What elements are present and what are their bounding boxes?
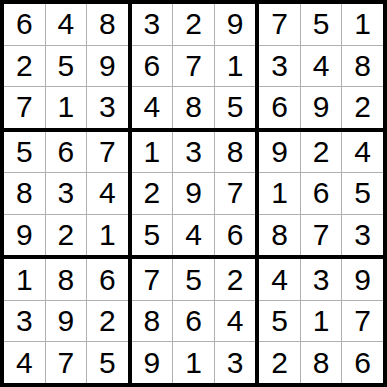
sudoku-cell-r1c2[interactable]: 4 (46, 4, 87, 45)
sudoku-box-1-0: 567834921 (4, 132, 128, 256)
sudoku-cell-r8c8[interactable]: 1 (301, 301, 342, 342)
sudoku-cell-r5c6[interactable]: 7 (215, 173, 256, 214)
sudoku-cell-r9c5[interactable]: 1 (173, 342, 214, 383)
sudoku-cell-r7c3[interactable]: 6 (87, 259, 128, 300)
sudoku-cell-r4c1[interactable]: 5 (4, 132, 45, 173)
sudoku-cell-r2c9[interactable]: 8 (342, 46, 383, 87)
sudoku-cell-r2c4[interactable]: 6 (132, 46, 173, 87)
sudoku-cell-r5c8[interactable]: 6 (301, 173, 342, 214)
sudoku-cell-r1c1[interactable]: 6 (4, 4, 45, 45)
sudoku-cell-r8c5[interactable]: 6 (173, 301, 214, 342)
sudoku-cell-r4c4[interactable]: 1 (132, 132, 173, 173)
sudoku-cell-r6c9[interactable]: 3 (342, 215, 383, 256)
sudoku-cell-r9c1[interactable]: 4 (4, 342, 45, 383)
sudoku-box-1-2: 924165873 (259, 132, 383, 256)
sudoku-cell-r4c6[interactable]: 8 (215, 132, 256, 173)
sudoku-cell-r3c7[interactable]: 6 (259, 87, 300, 128)
sudoku-cell-r4c3[interactable]: 7 (87, 132, 128, 173)
sudoku-cell-r9c8[interactable]: 8 (301, 342, 342, 383)
sudoku-cell-r6c4[interactable]: 5 (132, 215, 173, 256)
sudoku-cell-r5c4[interactable]: 2 (132, 173, 173, 214)
sudoku-cell-r7c7[interactable]: 4 (259, 259, 300, 300)
sudoku-cell-r7c1[interactable]: 1 (4, 259, 45, 300)
sudoku-board: 6482597133296714857513486925678349211382… (0, 0, 387, 387)
sudoku-cell-r8c6[interactable]: 4 (215, 301, 256, 342)
sudoku-cell-r8c3[interactable]: 2 (87, 301, 128, 342)
sudoku-cell-r5c2[interactable]: 3 (46, 173, 87, 214)
sudoku-cell-r9c3[interactable]: 5 (87, 342, 128, 383)
sudoku-cell-r9c7[interactable]: 2 (259, 342, 300, 383)
sudoku-box-1-1: 138297546 (132, 132, 256, 256)
sudoku-cell-r2c7[interactable]: 3 (259, 46, 300, 87)
sudoku-cell-r5c7[interactable]: 1 (259, 173, 300, 214)
sudoku-box-2-1: 752864913 (132, 259, 256, 383)
sudoku-cell-r7c9[interactable]: 9 (342, 259, 383, 300)
sudoku-cell-r5c3[interactable]: 4 (87, 173, 128, 214)
sudoku-cell-r6c2[interactable]: 2 (46, 215, 87, 256)
sudoku-cell-r2c5[interactable]: 7 (173, 46, 214, 87)
sudoku-cell-r9c2[interactable]: 7 (46, 342, 87, 383)
sudoku-cell-r9c9[interactable]: 6 (342, 342, 383, 383)
sudoku-cell-r4c2[interactable]: 6 (46, 132, 87, 173)
sudoku-cell-r6c7[interactable]: 8 (259, 215, 300, 256)
sudoku-cell-r4c9[interactable]: 4 (342, 132, 383, 173)
sudoku-cell-r9c4[interactable]: 9 (132, 342, 173, 383)
sudoku-cell-r9c6[interactable]: 3 (215, 342, 256, 383)
sudoku-cell-r1c7[interactable]: 7 (259, 4, 300, 45)
sudoku-cell-r8c7[interactable]: 5 (259, 301, 300, 342)
sudoku-cell-r5c1[interactable]: 8 (4, 173, 45, 214)
sudoku-cell-r6c8[interactable]: 7 (301, 215, 342, 256)
sudoku-box-2-0: 186392475 (4, 259, 128, 383)
sudoku-cell-r1c9[interactable]: 1 (342, 4, 383, 45)
sudoku-box-0-0: 648259713 (4, 4, 128, 128)
sudoku-cell-r2c1[interactable]: 2 (4, 46, 45, 87)
sudoku-cell-r6c1[interactable]: 9 (4, 215, 45, 256)
sudoku-cell-r1c8[interactable]: 5 (301, 4, 342, 45)
sudoku-cell-r3c9[interactable]: 2 (342, 87, 383, 128)
sudoku-cell-r5c9[interactable]: 5 (342, 173, 383, 214)
sudoku-cell-r7c5[interactable]: 5 (173, 259, 214, 300)
sudoku-cell-r7c2[interactable]: 8 (46, 259, 87, 300)
sudoku-cell-r7c4[interactable]: 7 (132, 259, 173, 300)
sudoku-cell-r1c4[interactable]: 3 (132, 4, 173, 45)
sudoku-cell-r7c6[interactable]: 2 (215, 259, 256, 300)
sudoku-cell-r7c8[interactable]: 3 (301, 259, 342, 300)
sudoku-cell-r2c2[interactable]: 5 (46, 46, 87, 87)
sudoku-cell-r8c4[interactable]: 8 (132, 301, 173, 342)
sudoku-cell-r3c2[interactable]: 1 (46, 87, 87, 128)
sudoku-cell-r1c5[interactable]: 2 (173, 4, 214, 45)
sudoku-cell-r3c3[interactable]: 3 (87, 87, 128, 128)
sudoku-cell-r3c8[interactable]: 9 (301, 87, 342, 128)
sudoku-cell-r6c5[interactable]: 4 (173, 215, 214, 256)
sudoku-cell-r3c4[interactable]: 4 (132, 87, 173, 128)
sudoku-cell-r2c3[interactable]: 9 (87, 46, 128, 87)
sudoku-box-0-1: 329671485 (132, 4, 256, 128)
sudoku-cell-r6c3[interactable]: 1 (87, 215, 128, 256)
sudoku-cell-r8c2[interactable]: 9 (46, 301, 87, 342)
sudoku-cell-r8c1[interactable]: 3 (4, 301, 45, 342)
sudoku-cell-r3c5[interactable]: 8 (173, 87, 214, 128)
sudoku-cell-r2c6[interactable]: 1 (215, 46, 256, 87)
sudoku-box-2-2: 439517286 (259, 259, 383, 383)
sudoku-cell-r1c3[interactable]: 8 (87, 4, 128, 45)
sudoku-cell-r6c6[interactable]: 6 (215, 215, 256, 256)
sudoku-cell-r2c8[interactable]: 4 (301, 46, 342, 87)
sudoku-cell-r4c7[interactable]: 9 (259, 132, 300, 173)
sudoku-cell-r4c5[interactable]: 3 (173, 132, 214, 173)
sudoku-cell-r1c6[interactable]: 9 (215, 4, 256, 45)
sudoku-cell-r3c6[interactable]: 5 (215, 87, 256, 128)
sudoku-cell-r5c5[interactable]: 9 (173, 173, 214, 214)
sudoku-cell-r8c9[interactable]: 7 (342, 301, 383, 342)
sudoku-cell-r3c1[interactable]: 7 (4, 87, 45, 128)
sudoku-box-0-2: 751348692 (259, 4, 383, 128)
sudoku-cell-r4c8[interactable]: 2 (301, 132, 342, 173)
